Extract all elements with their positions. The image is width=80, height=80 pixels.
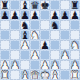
square-f1[interactable]: ♝ bbox=[50, 70, 60, 80]
square-b5[interactable] bbox=[10, 30, 20, 40]
white-pawn[interactable]: ♟ bbox=[30, 50, 39, 60]
square-a7[interactable]: ♟ bbox=[0, 10, 10, 20]
black-king[interactable]: ♚ bbox=[40, 0, 49, 10]
square-f6[interactable]: ♞ bbox=[50, 20, 60, 30]
square-h6[interactable] bbox=[70, 20, 80, 30]
square-b2[interactable]: ♟ bbox=[10, 60, 20, 70]
black-pawn[interactable]: ♟ bbox=[60, 10, 69, 20]
white-bishop[interactable]: ♝ bbox=[50, 70, 59, 80]
square-g2[interactable] bbox=[60, 60, 70, 70]
square-b6[interactable] bbox=[10, 20, 20, 30]
white-bishop[interactable]: ♝ bbox=[20, 70, 29, 80]
square-e1[interactable]: ♚ bbox=[40, 70, 50, 80]
black-pawn[interactable]: ♟ bbox=[0, 10, 9, 20]
square-g3[interactable]: ♟ bbox=[60, 50, 70, 60]
white-knight[interactable]: ♞ bbox=[30, 30, 39, 40]
square-h4[interactable]: ♞ bbox=[70, 40, 80, 50]
square-h7[interactable]: ♟ bbox=[70, 10, 80, 20]
square-d7[interactable]: ♟ bbox=[30, 10, 40, 20]
white-pawn[interactable]: ♟ bbox=[60, 50, 69, 60]
square-e6[interactable] bbox=[40, 20, 50, 30]
white-knight[interactable]: ♞ bbox=[70, 40, 79, 50]
white-pawn[interactable]: ♟ bbox=[20, 40, 29, 50]
white-rook[interactable]: ♜ bbox=[70, 70, 79, 80]
square-a6[interactable] bbox=[0, 20, 10, 30]
square-a4[interactable] bbox=[0, 40, 10, 50]
black-knight[interactable]: ♞ bbox=[50, 20, 59, 30]
square-g7[interactable]: ♟ bbox=[60, 10, 70, 20]
square-g5[interactable] bbox=[60, 30, 70, 40]
square-f5[interactable] bbox=[50, 30, 60, 40]
square-f4[interactable] bbox=[50, 40, 60, 50]
black-pawn[interactable]: ♟ bbox=[10, 10, 19, 20]
black-pawn[interactable]: ♟ bbox=[30, 10, 39, 20]
square-e4[interactable]: ♟ bbox=[40, 40, 50, 50]
square-a5[interactable] bbox=[0, 30, 10, 40]
white-pawn[interactable]: ♟ bbox=[10, 60, 19, 70]
square-c1[interactable]: ♝ bbox=[20, 70, 30, 80]
white-queen[interactable]: ♛ bbox=[30, 70, 39, 80]
white-rook[interactable]: ♜ bbox=[0, 70, 9, 80]
square-g1[interactable] bbox=[60, 70, 70, 80]
white-king[interactable]: ♚ bbox=[40, 70, 49, 80]
square-h1[interactable]: ♜ bbox=[70, 70, 80, 80]
square-d1[interactable]: ♛ bbox=[30, 70, 40, 80]
black-pawn[interactable]: ♟ bbox=[40, 40, 49, 50]
square-b7[interactable]: ♟ bbox=[10, 10, 20, 20]
square-d5[interactable]: ♞ bbox=[30, 30, 40, 40]
square-e7[interactable] bbox=[40, 10, 50, 20]
square-e8[interactable]: ♚ bbox=[40, 0, 50, 10]
square-c4[interactable]: ♟ bbox=[20, 40, 30, 50]
square-b4[interactable] bbox=[10, 40, 20, 50]
square-d3[interactable]: ♟ bbox=[30, 50, 40, 60]
square-b1[interactable] bbox=[10, 70, 20, 80]
square-c3[interactable] bbox=[20, 50, 30, 60]
black-pawn[interactable]: ♟ bbox=[70, 10, 79, 20]
square-g6[interactable] bbox=[60, 20, 70, 30]
square-a1[interactable]: ♜ bbox=[0, 70, 10, 80]
chess-board: ♜♝♛♚♜♟♟♟♟♟♟♟♞♞♝♞♟♟♞♟♟♟♟♟♟♟♜♝♛♚♝♜ bbox=[0, 0, 80, 80]
